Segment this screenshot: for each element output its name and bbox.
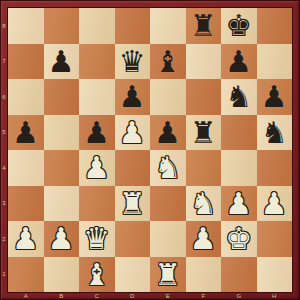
square-b4[interactable] bbox=[44, 150, 80, 186]
piece-white-pawn: ♟ bbox=[48, 221, 75, 256]
square-g7[interactable]: ♟ bbox=[221, 44, 257, 80]
square-e3[interactable] bbox=[150, 186, 186, 222]
square-g6[interactable]: ♞ bbox=[221, 79, 257, 115]
square-c7[interactable] bbox=[79, 44, 115, 80]
square-h6[interactable]: ♟ bbox=[257, 79, 293, 115]
piece-black-queen: ♛ bbox=[119, 44, 146, 79]
piece-black-pawn: ♟ bbox=[225, 44, 252, 79]
square-h7[interactable] bbox=[257, 44, 293, 80]
square-a2[interactable]: ♟ bbox=[8, 221, 44, 257]
rank-label-2: 2 bbox=[0, 221, 8, 257]
square-e7[interactable]: ♝ bbox=[150, 44, 186, 80]
square-g8[interactable]: ♚ bbox=[221, 8, 257, 44]
square-b5[interactable] bbox=[44, 115, 80, 151]
square-d6[interactable]: ♟ bbox=[115, 79, 151, 115]
piece-white-pawn: ♟ bbox=[83, 150, 110, 185]
square-c3[interactable] bbox=[79, 186, 115, 222]
file-labels: ABCDEFGH bbox=[8, 292, 292, 300]
square-c5[interactable]: ♟ bbox=[79, 115, 115, 151]
square-h2[interactable] bbox=[257, 221, 293, 257]
square-h4[interactable] bbox=[257, 150, 293, 186]
square-e5[interactable]: ♟ bbox=[150, 115, 186, 151]
square-a7[interactable] bbox=[8, 44, 44, 80]
piece-black-rook: ♜ bbox=[190, 115, 217, 150]
piece-white-rook: ♜ bbox=[154, 257, 181, 292]
piece-white-knight: ♞ bbox=[190, 186, 217, 221]
square-b2[interactable]: ♟ bbox=[44, 221, 80, 257]
file-label-f: F bbox=[186, 292, 222, 300]
piece-black-knight: ♞ bbox=[261, 115, 288, 150]
piece-white-pawn: ♟ bbox=[119, 115, 146, 150]
piece-black-pawn: ♟ bbox=[154, 115, 181, 150]
square-b1[interactable] bbox=[44, 257, 80, 293]
piece-white-pawn: ♟ bbox=[225, 186, 252, 221]
file-label-b: B bbox=[44, 292, 80, 300]
piece-black-pawn: ♟ bbox=[261, 79, 288, 114]
piece-black-pawn: ♟ bbox=[48, 44, 75, 79]
square-b8[interactable] bbox=[44, 8, 80, 44]
square-c4[interactable]: ♟ bbox=[79, 150, 115, 186]
square-a8[interactable] bbox=[8, 8, 44, 44]
square-h5[interactable]: ♞ bbox=[257, 115, 293, 151]
square-f2[interactable]: ♟ bbox=[186, 221, 222, 257]
square-d7[interactable]: ♛ bbox=[115, 44, 151, 80]
piece-white-queen: ♛ bbox=[83, 221, 110, 256]
rank-labels: 87654321 bbox=[0, 8, 8, 292]
rank-label-5: 5 bbox=[0, 115, 8, 151]
chess-board-frame: ♜♚♟♛♝♟♟♞♟♟♟♟♟♜♞♟♞♜♞♟♟♟♟♛♟♚♝♜ 87654321 AB… bbox=[0, 0, 300, 300]
square-h1[interactable] bbox=[257, 257, 293, 293]
square-e8[interactable] bbox=[150, 8, 186, 44]
piece-black-pawn: ♟ bbox=[83, 115, 110, 150]
square-a3[interactable] bbox=[8, 186, 44, 222]
chess-board: ♜♚♟♛♝♟♟♞♟♟♟♟♟♜♞♟♞♜♞♟♟♟♟♛♟♚♝♜ bbox=[8, 8, 292, 292]
rank-label-8: 8 bbox=[0, 8, 8, 44]
piece-black-bishop: ♝ bbox=[154, 44, 181, 79]
square-d5[interactable]: ♟ bbox=[115, 115, 151, 151]
square-d1[interactable] bbox=[115, 257, 151, 293]
square-c8[interactable] bbox=[79, 8, 115, 44]
square-d8[interactable] bbox=[115, 8, 151, 44]
square-f6[interactable] bbox=[186, 79, 222, 115]
piece-black-knight: ♞ bbox=[225, 79, 252, 114]
square-e2[interactable] bbox=[150, 221, 186, 257]
rank-label-3: 3 bbox=[0, 186, 8, 222]
square-d2[interactable] bbox=[115, 221, 151, 257]
square-f5[interactable]: ♜ bbox=[186, 115, 222, 151]
square-b7[interactable]: ♟ bbox=[44, 44, 80, 80]
square-f8[interactable]: ♜ bbox=[186, 8, 222, 44]
piece-white-pawn: ♟ bbox=[12, 221, 39, 256]
square-a4[interactable] bbox=[8, 150, 44, 186]
square-a5[interactable]: ♟ bbox=[8, 115, 44, 151]
piece-black-rook: ♜ bbox=[190, 8, 217, 43]
square-f4[interactable] bbox=[186, 150, 222, 186]
piece-white-bishop: ♝ bbox=[83, 257, 110, 292]
square-c1[interactable]: ♝ bbox=[79, 257, 115, 293]
square-d4[interactable] bbox=[115, 150, 151, 186]
square-f3[interactable]: ♞ bbox=[186, 186, 222, 222]
square-h3[interactable]: ♟ bbox=[257, 186, 293, 222]
file-label-d: D bbox=[115, 292, 151, 300]
square-g2[interactable]: ♚ bbox=[221, 221, 257, 257]
square-g4[interactable] bbox=[221, 150, 257, 186]
file-label-e: E bbox=[150, 292, 186, 300]
piece-black-pawn: ♟ bbox=[119, 79, 146, 114]
file-label-g: G bbox=[221, 292, 257, 300]
file-label-h: H bbox=[257, 292, 293, 300]
square-c2[interactable]: ♛ bbox=[79, 221, 115, 257]
square-f1[interactable] bbox=[186, 257, 222, 293]
square-a6[interactable] bbox=[8, 79, 44, 115]
piece-white-king: ♚ bbox=[225, 221, 252, 256]
square-g1[interactable] bbox=[221, 257, 257, 293]
piece-white-rook: ♜ bbox=[119, 186, 146, 221]
square-a1[interactable] bbox=[8, 257, 44, 293]
rank-label-1: 1 bbox=[0, 257, 8, 293]
square-d3[interactable]: ♜ bbox=[115, 186, 151, 222]
file-label-c: C bbox=[79, 292, 115, 300]
piece-black-king: ♚ bbox=[225, 8, 252, 43]
square-e6[interactable] bbox=[150, 79, 186, 115]
rank-label-4: 4 bbox=[0, 150, 8, 186]
square-g5[interactable] bbox=[221, 115, 257, 151]
square-e4[interactable]: ♞ bbox=[150, 150, 186, 186]
piece-white-pawn: ♟ bbox=[190, 221, 217, 256]
square-c6[interactable] bbox=[79, 79, 115, 115]
square-e1[interactable]: ♜ bbox=[150, 257, 186, 293]
file-label-a: A bbox=[8, 292, 44, 300]
piece-black-pawn: ♟ bbox=[12, 115, 39, 150]
rank-label-6: 6 bbox=[0, 79, 8, 115]
square-h8[interactable] bbox=[257, 8, 293, 44]
rank-label-7: 7 bbox=[0, 44, 8, 80]
square-f7[interactable] bbox=[186, 44, 222, 80]
piece-white-knight: ♞ bbox=[154, 150, 181, 185]
piece-white-pawn: ♟ bbox=[261, 186, 288, 221]
square-b6[interactable] bbox=[44, 79, 80, 115]
square-g3[interactable]: ♟ bbox=[221, 186, 257, 222]
square-b3[interactable] bbox=[44, 186, 80, 222]
